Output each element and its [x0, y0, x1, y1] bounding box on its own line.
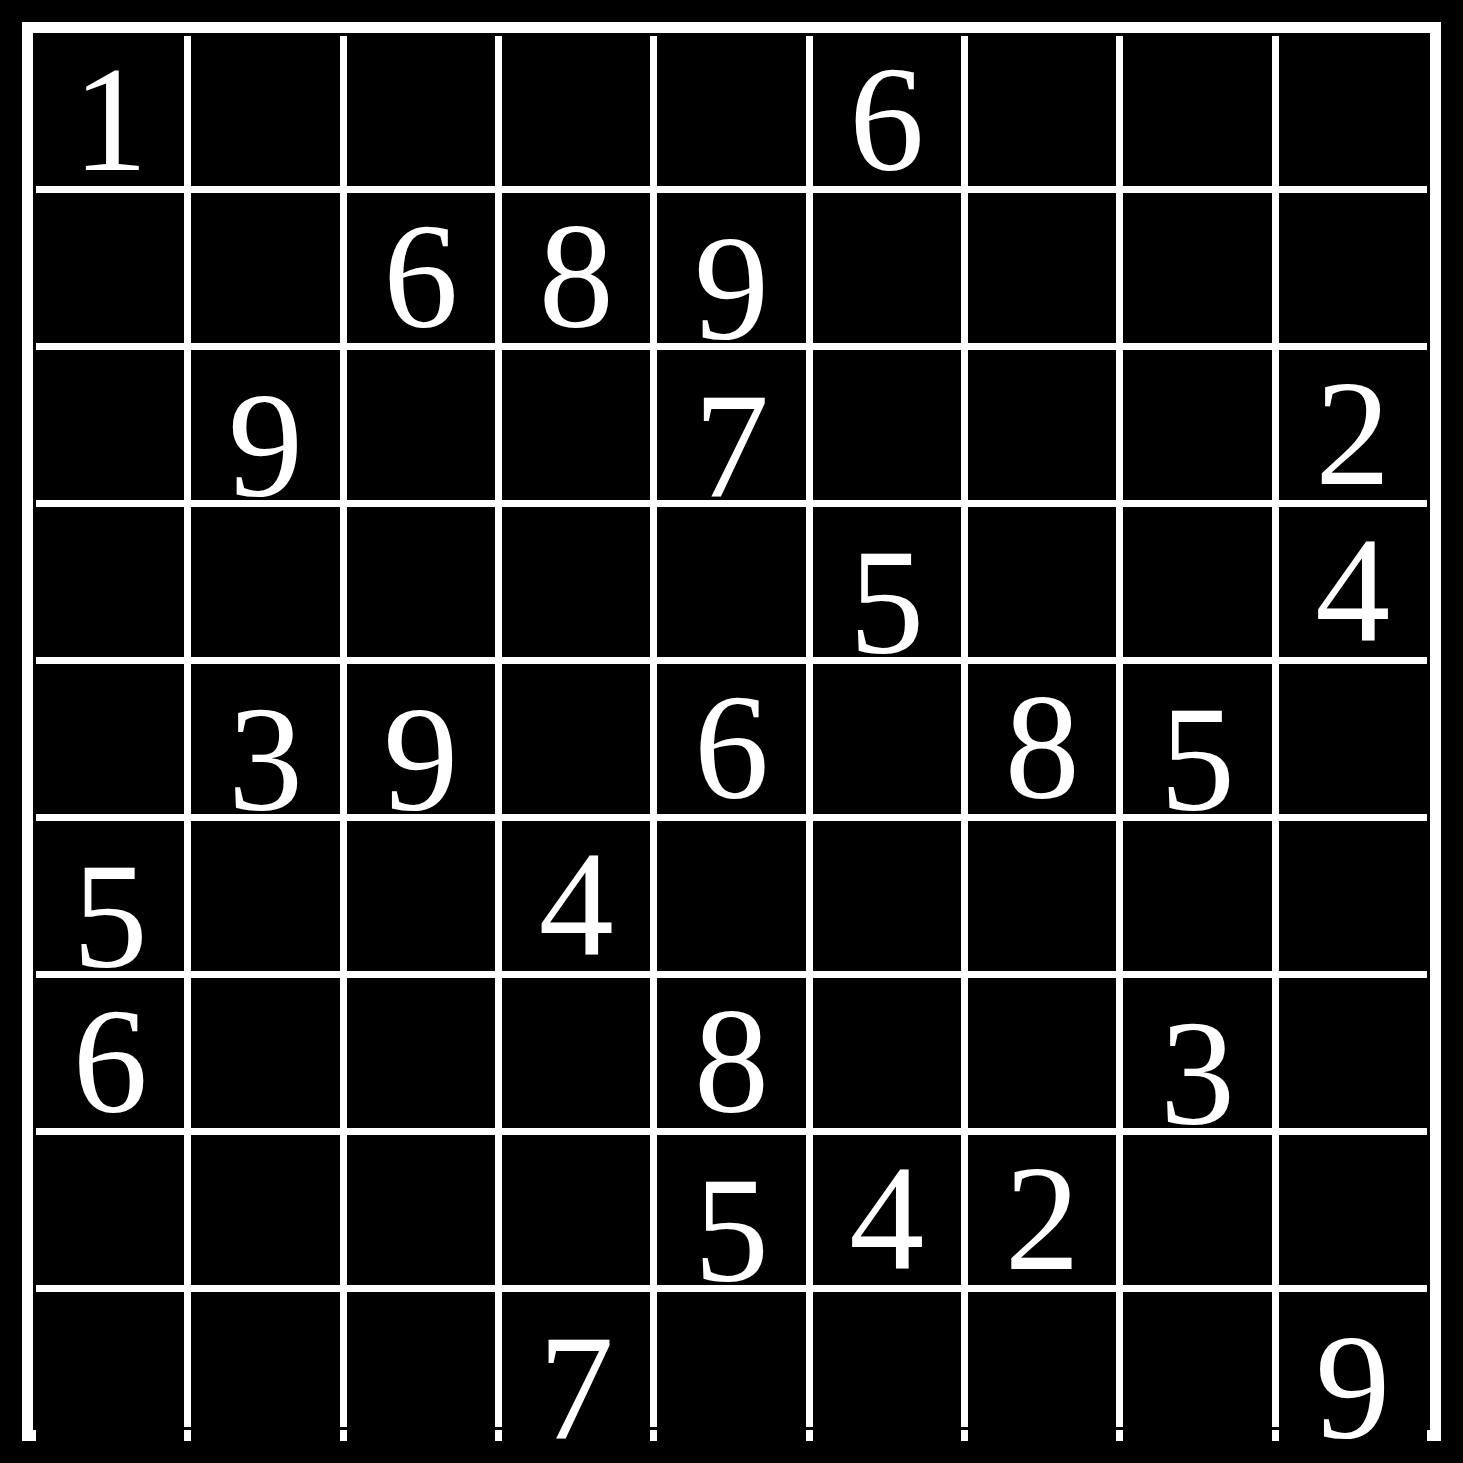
board-frame: 1668997254396855468354279 — [22, 22, 1441, 1441]
cell-r3c8[interactable] — [1123, 350, 1271, 500]
cell-r8c7[interactable]: 2 — [968, 1135, 1116, 1285]
cell-r8c8[interactable] — [1123, 1135, 1271, 1285]
cell-r1c9[interactable] — [1279, 36, 1427, 186]
cell-r8c3[interactable] — [347, 1135, 495, 1285]
cell-r6c8[interactable] — [1123, 821, 1271, 971]
given-digit: 2 — [1315, 358, 1390, 508]
given-digit: 6 — [383, 201, 458, 351]
cell-r5c9[interactable] — [1279, 664, 1427, 814]
given-digit: 3 — [1160, 998, 1235, 1148]
cell-r1c6[interactable]: 6 — [813, 36, 961, 186]
given-digit: 9 — [383, 684, 458, 834]
cell-r1c4[interactable] — [502, 36, 650, 186]
given-digit: 7 — [694, 370, 769, 520]
given-digit: 5 — [849, 527, 924, 677]
cell-r5c6[interactable] — [813, 664, 961, 814]
cell-r2c3[interactable]: 6 — [347, 193, 495, 343]
cell-r6c4[interactable]: 4 — [502, 821, 650, 971]
cell-r6c3[interactable] — [347, 821, 495, 971]
given-digit: 4 — [539, 829, 614, 979]
given-digit: 4 — [849, 1143, 924, 1293]
cell-r4c1[interactable] — [36, 507, 184, 657]
given-digit: 8 — [539, 201, 614, 351]
cell-r1c1[interactable]: 1 — [36, 36, 184, 186]
cell-r8c5[interactable]: 5 — [657, 1135, 805, 1285]
cell-r3c5[interactable]: 7 — [657, 350, 805, 500]
cell-r3c6[interactable] — [813, 350, 961, 500]
given-digit: 6 — [849, 44, 924, 194]
cell-r6c9[interactable] — [1279, 821, 1427, 971]
cell-r2c2[interactable] — [191, 193, 339, 343]
given-digit: 9 — [694, 213, 769, 363]
cell-r9c5[interactable] — [657, 1292, 805, 1442]
cell-r8c9[interactable] — [1279, 1135, 1427, 1285]
cell-r7c4[interactable] — [502, 978, 650, 1128]
cell-r5c3[interactable]: 9 — [347, 664, 495, 814]
cell-r9c2[interactable] — [191, 1292, 339, 1442]
cell-r1c2[interactable] — [191, 36, 339, 186]
given-digit: 8 — [694, 986, 769, 1136]
cell-r2c4[interactable]: 8 — [502, 193, 650, 343]
cell-r7c3[interactable] — [347, 978, 495, 1128]
cell-r4c5[interactable] — [657, 507, 805, 657]
cell-r2c9[interactable] — [1279, 193, 1427, 343]
cell-r3c4[interactable] — [502, 350, 650, 500]
cell-r4c7[interactable] — [968, 507, 1116, 657]
cell-r4c6[interactable]: 5 — [813, 507, 961, 657]
given-digit: 6 — [694, 672, 769, 822]
cell-r4c2[interactable] — [191, 507, 339, 657]
given-digit: 5 — [73, 841, 148, 991]
cell-r1c7[interactable] — [968, 36, 1116, 186]
cell-r2c6[interactable] — [813, 193, 961, 343]
cell-r1c8[interactable] — [1123, 36, 1271, 186]
cell-r3c2[interactable]: 9 — [191, 350, 339, 500]
cell-r1c3[interactable] — [347, 36, 495, 186]
cell-r5c1[interactable] — [36, 664, 184, 814]
cell-r8c2[interactable] — [191, 1135, 339, 1285]
given-digit: 9 — [1315, 1312, 1390, 1462]
cell-r3c7[interactable] — [968, 350, 1116, 500]
cell-r9c3[interactable] — [347, 1292, 495, 1442]
cell-r7c6[interactable] — [813, 978, 961, 1128]
cell-r5c8[interactable]: 5 — [1123, 664, 1271, 814]
cell-r6c6[interactable] — [813, 821, 961, 971]
cell-r7c8[interactable]: 3 — [1123, 978, 1271, 1128]
cell-r4c4[interactable] — [502, 507, 650, 657]
cell-r5c2[interactable]: 3 — [191, 664, 339, 814]
cell-r8c4[interactable] — [502, 1135, 650, 1285]
cell-r3c9[interactable]: 2 — [1279, 350, 1427, 500]
cell-r2c1[interactable] — [36, 193, 184, 343]
cell-r6c1[interactable]: 5 — [36, 821, 184, 971]
cell-r9c4[interactable]: 7 — [502, 1292, 650, 1442]
cell-r9c8[interactable] — [1123, 1292, 1271, 1442]
given-digit: 2 — [1005, 1143, 1080, 1293]
cell-r1c5[interactable] — [657, 36, 805, 186]
cell-r8c1[interactable] — [36, 1135, 184, 1285]
sudoku-board: 1668997254396855468354279 — [0, 0, 1463, 1463]
cell-r3c3[interactable] — [347, 350, 495, 500]
cell-r9c6[interactable] — [813, 1292, 961, 1442]
given-digit: 8 — [1005, 672, 1080, 822]
given-digit: 1 — [73, 44, 148, 194]
given-digit: 3 — [228, 684, 303, 834]
cell-r2c8[interactable] — [1123, 193, 1271, 343]
cell-r6c2[interactable] — [191, 821, 339, 971]
cell-r7c9[interactable] — [1279, 978, 1427, 1128]
cell-r5c5[interactable]: 6 — [657, 664, 805, 814]
cell-r7c7[interactable] — [968, 978, 1116, 1128]
cell-r2c5[interactable]: 9 — [657, 193, 805, 343]
cell-r8c6[interactable]: 4 — [813, 1135, 961, 1285]
cell-r9c1[interactable] — [36, 1292, 184, 1442]
cell-r5c4[interactable] — [502, 664, 650, 814]
cell-r2c7[interactable] — [968, 193, 1116, 343]
cell-r9c9[interactable]: 9 — [1279, 1292, 1427, 1442]
cell-r6c7[interactable] — [968, 821, 1116, 971]
cell-r5c7[interactable]: 8 — [968, 664, 1116, 814]
cell-r9c7[interactable] — [968, 1292, 1116, 1442]
cell-r7c2[interactable] — [191, 978, 339, 1128]
cell-r7c1[interactable]: 6 — [36, 978, 184, 1128]
cell-r7c5[interactable]: 8 — [657, 978, 805, 1128]
cell-r3c1[interactable] — [36, 350, 184, 500]
cell-r4c8[interactable] — [1123, 507, 1271, 657]
given-digit: 5 — [694, 1155, 769, 1305]
cell-r6c5[interactable] — [657, 821, 805, 971]
given-digit: 7 — [539, 1312, 614, 1462]
given-digit: 4 — [1315, 515, 1390, 665]
given-digit: 6 — [73, 986, 148, 1136]
given-digit: 5 — [1160, 684, 1235, 834]
given-digit: 9 — [228, 370, 303, 520]
cell-r4c9[interactable]: 4 — [1279, 507, 1427, 657]
cell-r4c3[interactable] — [347, 507, 495, 657]
sudoku-grid: 1668997254396855468354279 — [36, 36, 1427, 1427]
